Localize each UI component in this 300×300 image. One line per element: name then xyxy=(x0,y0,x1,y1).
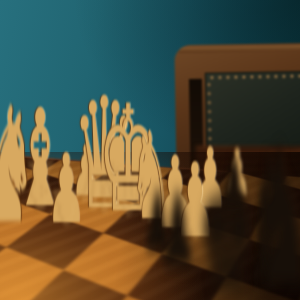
black-pawn-2: ♟ xyxy=(158,190,198,274)
chess-photo-scene: ♞♝♟♟♛♚♞♟♟♟♟♟♟♚♟♝♞ xyxy=(0,0,300,300)
white-knight-left: ♞ xyxy=(0,98,37,234)
black-knight-right: ♞ xyxy=(246,140,300,300)
white-pawn-1: ♟ xyxy=(47,148,86,230)
